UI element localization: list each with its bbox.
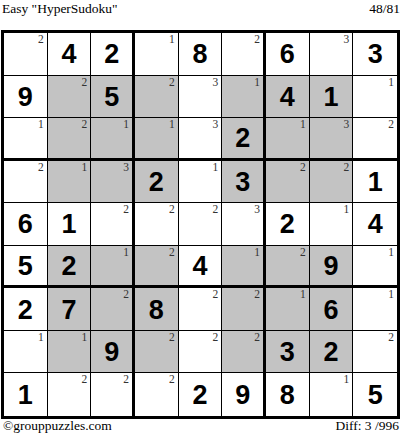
cell-r7c8[interactable]: 6	[310, 288, 354, 331]
pencil-mark: 2	[38, 33, 44, 47]
given-digit: 1	[61, 211, 76, 238]
pencil-mark: 1	[388, 246, 394, 260]
given-digit: 9	[104, 339, 119, 366]
cell-r5c1[interactable]: 6	[4, 203, 48, 246]
cell-r8c2[interactable]: 1	[48, 331, 92, 374]
pencil-mark: 2	[300, 161, 306, 175]
cell-r1c5[interactable]: 8	[179, 33, 223, 76]
given-digit: 6	[323, 297, 338, 324]
puzzle-title: Easy "HyperSudoku"	[2, 1, 118, 17]
cell-r6c2[interactable]: 2	[48, 246, 92, 289]
cell-r9c2[interactable]: 2	[48, 373, 92, 416]
pencil-mark: 2	[38, 161, 44, 175]
given-digit: 3	[368, 41, 383, 68]
pencil-mark: 3	[213, 76, 219, 90]
given-digit: 2	[323, 339, 338, 366]
cell-r3c9[interactable]: 2	[353, 118, 397, 161]
pencil-mark: 2	[300, 246, 306, 260]
cell-r5c8[interactable]: 1	[310, 203, 354, 246]
cell-r2c5[interactable]: 3	[179, 76, 223, 119]
given-digit: 6	[280, 41, 295, 68]
given-digit: 2	[280, 211, 295, 238]
cell-r5c3[interactable]: 2	[91, 203, 135, 246]
cell-r5c2[interactable]: 1	[48, 203, 92, 246]
cell-r2c6[interactable]: 1	[222, 76, 266, 119]
cell-r4c2[interactable]: 1	[48, 161, 92, 204]
cell-r7c4[interactable]: 8	[135, 288, 179, 331]
cell-r7c1[interactable]: 2	[4, 288, 48, 331]
cell-r9c7[interactable]: 8	[266, 373, 310, 416]
given-digit: 8	[192, 41, 207, 68]
cell-r6c1[interactable]: 5	[4, 246, 48, 289]
cell-r7c6[interactable]: 2	[222, 288, 266, 331]
pencil-mark: 2	[254, 331, 260, 345]
given-digit: 2	[104, 41, 119, 68]
cell-r3c2[interactable]: 2	[48, 118, 92, 161]
given-digit: 6	[18, 211, 33, 238]
given-digit: 2	[192, 382, 207, 409]
pencil-mark: 3	[213, 118, 219, 132]
cell-r6c4[interactable]: 2	[135, 246, 179, 289]
cell-r8c8[interactable]: 2	[310, 331, 354, 374]
given-digit: 1	[368, 169, 383, 196]
pencil-mark: 1	[300, 118, 306, 132]
cell-r8c7[interactable]: 3	[266, 331, 310, 374]
cell-r7c9[interactable]: 1	[353, 288, 397, 331]
cell-r2c7[interactable]: 4	[266, 76, 310, 119]
pencil-mark: 1	[82, 331, 88, 345]
pencil-mark: 3	[344, 33, 350, 47]
sudoku-board: 2421826339252314111211321322132132216122…	[1, 30, 400, 419]
cell-r9c4[interactable]: 2	[135, 373, 179, 416]
cell-r4c8[interactable]: 2	[310, 161, 354, 204]
cell-r3c7[interactable]: 1	[266, 118, 310, 161]
cell-r1c6[interactable]: 2	[222, 33, 266, 76]
cell-r9c3[interactable]: 2	[91, 373, 135, 416]
given-digit: 9	[235, 382, 250, 409]
cell-r2c3[interactable]: 5	[91, 76, 135, 119]
cell-r3c5[interactable]: 3	[179, 118, 223, 161]
given-digit: 3	[235, 169, 250, 196]
cell-r5c4[interactable]: 2	[135, 203, 179, 246]
cell-r9c9[interactable]: 5	[353, 373, 397, 416]
pencil-mark: 1	[344, 203, 350, 217]
cell-r4c4[interactable]: 2	[135, 161, 179, 204]
pencil-mark: 1	[82, 161, 88, 175]
cell-r6c3[interactable]: 1	[91, 246, 135, 289]
cell-r1c7[interactable]: 6	[266, 33, 310, 76]
cell-r9c8[interactable]: 1	[310, 373, 354, 416]
given-digit: 2	[235, 125, 250, 152]
cell-r3c6[interactable]: 2	[222, 118, 266, 161]
pencil-mark: 1	[123, 118, 129, 132]
cell-r1c1[interactable]: 2	[4, 33, 48, 76]
pencil-mark: 1	[169, 33, 175, 47]
given-digit: 4	[368, 211, 383, 238]
cell-r3c4[interactable]: 1	[135, 118, 179, 161]
cell-r6c8[interactable]: 9	[310, 246, 354, 289]
cell-r8c3[interactable]: 9	[91, 331, 135, 374]
pencil-mark: 2	[213, 203, 219, 217]
given-digit: 2	[18, 297, 33, 324]
pencil-mark: 1	[169, 118, 175, 132]
pencil-mark: 2	[213, 331, 219, 345]
pencil-mark: 2	[82, 373, 88, 387]
pencil-mark: 2	[344, 161, 350, 175]
difficulty-label: Diff: 3 /996	[336, 418, 400, 434]
given-digit: 2	[61, 253, 76, 280]
cell-r6c5[interactable]: 4	[179, 246, 223, 289]
cell-r6c9[interactable]: 1	[353, 246, 397, 289]
cell-r2c1[interactable]: 9	[4, 76, 48, 119]
pencil-mark: 3	[344, 118, 350, 132]
pencil-mark: 3	[254, 203, 260, 217]
pencil-mark: 1	[213, 161, 219, 175]
pencil-mark: 1	[123, 246, 129, 260]
cell-r9c1[interactable]: 1	[4, 373, 48, 416]
cell-r4c3[interactable]: 3	[91, 161, 135, 204]
pencil-mark: 2	[254, 33, 260, 47]
pencil-mark: 2	[169, 246, 175, 260]
cell-r5c6[interactable]: 3	[222, 203, 266, 246]
cell-r8c5[interactable]: 2	[179, 331, 223, 374]
pencil-mark: 3	[123, 161, 129, 175]
cell-r2c2[interactable]: 2	[48, 76, 92, 119]
given-digit: 4	[61, 41, 76, 68]
cell-r9c5[interactable]: 2	[179, 373, 223, 416]
cell-r5c9[interactable]: 4	[353, 203, 397, 246]
pencil-mark: 1	[254, 76, 260, 90]
cell-r8c4[interactable]: 2	[135, 331, 179, 374]
progress-counter: 48/81	[369, 1, 400, 17]
pencil-mark: 2	[82, 118, 88, 132]
pencil-mark: 2	[169, 203, 175, 217]
given-digit: 1	[323, 84, 338, 111]
pencil-mark: 2	[123, 203, 129, 217]
given-digit: 5	[104, 84, 119, 111]
given-digit: 8	[280, 382, 295, 409]
footer: ©grouppuzzles.com Diff: 3 /996	[3, 418, 399, 434]
given-digit: 7	[61, 297, 76, 324]
cell-r9c6[interactable]: 9	[222, 373, 266, 416]
copyright-text: ©grouppuzzles.com	[3, 418, 112, 434]
given-digit: 1	[18, 382, 33, 409]
given-digit: 8	[149, 297, 164, 324]
cell-r1c4[interactable]: 1	[135, 33, 179, 76]
pencil-mark: 1	[254, 246, 260, 260]
cell-r3c3[interactable]: 1	[91, 118, 135, 161]
cell-r4c7[interactable]: 2	[266, 161, 310, 204]
cell-r8c6[interactable]: 2	[222, 331, 266, 374]
cell-r8c1[interactable]: 1	[4, 331, 48, 374]
cell-r4c5[interactable]: 1	[179, 161, 223, 204]
cell-r4c6[interactable]: 3	[222, 161, 266, 204]
pencil-mark: 2	[123, 288, 129, 302]
pencil-mark: 1	[300, 288, 306, 302]
cell-r4c1[interactable]: 2	[4, 161, 48, 204]
given-digit: 4	[280, 84, 295, 111]
pencil-mark: 2	[123, 373, 129, 387]
cell-r1c3[interactable]: 2	[91, 33, 135, 76]
pencil-mark: 2	[169, 373, 175, 387]
pencil-mark: 1	[388, 288, 394, 302]
cell-r7c5[interactable]: 2	[179, 288, 223, 331]
pencil-mark: 1	[38, 118, 44, 132]
cell-r1c8[interactable]: 3	[310, 33, 354, 76]
given-digit: 4	[192, 253, 207, 280]
page: { "game": "hypersudoku", "header": { "ti…	[0, 0, 402, 437]
pencil-mark: 2	[82, 76, 88, 90]
cell-r1c2[interactable]: 4	[48, 33, 92, 76]
pencil-mark: 2	[388, 331, 394, 345]
pencil-mark: 1	[38, 331, 44, 345]
given-digit: 5	[18, 253, 33, 280]
header: Easy "HyperSudoku" 48/81	[2, 1, 400, 17]
given-digit: 2	[149, 169, 164, 196]
pencil-mark: 2	[213, 288, 219, 302]
cell-r5c5[interactable]: 2	[179, 203, 223, 246]
pencil-mark: 2	[169, 331, 175, 345]
cell-r2c4[interactable]: 2	[135, 76, 179, 119]
cell-r3c8[interactable]: 3	[310, 118, 354, 161]
cell-r7c7[interactable]: 1	[266, 288, 310, 331]
cell-r2c9[interactable]: 1	[353, 76, 397, 119]
cell-r7c3[interactable]: 2	[91, 288, 135, 331]
cell-r5c7[interactable]: 2	[266, 203, 310, 246]
cell-r1c9[interactable]: 3	[353, 33, 397, 76]
cell-r2c8[interactable]: 1	[310, 76, 354, 119]
cell-r3c1[interactable]: 1	[4, 118, 48, 161]
pencil-mark: 2	[388, 118, 394, 132]
pencil-mark: 1	[388, 76, 394, 90]
cell-r6c6[interactable]: 1	[222, 246, 266, 289]
cell-r8c9[interactable]: 2	[353, 331, 397, 374]
cell-r7c2[interactable]: 7	[48, 288, 92, 331]
cell-r4c9[interactable]: 1	[353, 161, 397, 204]
given-digit: 9	[18, 84, 33, 111]
given-digit: 9	[323, 253, 338, 280]
given-digit: 5	[368, 382, 383, 409]
given-digit: 3	[280, 339, 295, 366]
pencil-mark: 1	[344, 373, 350, 387]
pencil-mark: 2	[169, 76, 175, 90]
pencil-mark: 2	[254, 288, 260, 302]
cell-r6c7[interactable]: 2	[266, 246, 310, 289]
